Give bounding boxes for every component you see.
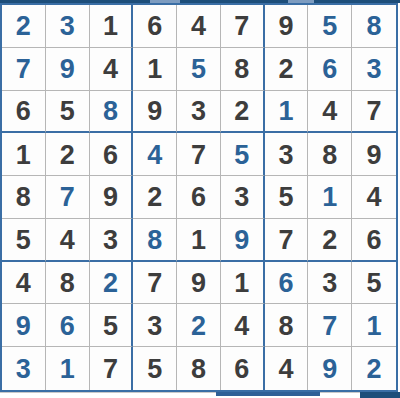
cell-digit: 8	[60, 270, 75, 297]
cell-r9c6[interactable]: 6	[221, 347, 265, 390]
cell-digit: 4	[16, 270, 31, 297]
cell-r1c1[interactable]: 2	[2, 5, 46, 48]
sudoku-board: 2316479587941582636589321471264753898792…	[0, 3, 398, 392]
cell-digit: 5	[60, 98, 75, 125]
cell-r9c3[interactable]: 7	[90, 347, 134, 390]
cell-r4c4[interactable]: 4	[133, 133, 177, 176]
cell-r5c9[interactable]: 4	[352, 176, 396, 219]
cell-r6c3[interactable]: 3	[90, 219, 134, 262]
cell-digit: 4	[234, 313, 249, 340]
cell-r2c6[interactable]: 8	[221, 48, 265, 91]
cell-digit: 7	[147, 270, 162, 297]
cell-r9c5[interactable]: 8	[177, 347, 221, 390]
cell-digit: 7	[234, 13, 249, 40]
bottom-edge-segment	[216, 392, 320, 396]
cell-r3c6[interactable]: 2	[221, 91, 265, 134]
cell-r1c4[interactable]: 6	[133, 5, 177, 48]
cell-r5c2[interactable]: 7	[46, 176, 90, 219]
cell-digit: 1	[103, 13, 118, 40]
cell-digit: 5	[191, 56, 206, 83]
cell-digit: 7	[16, 56, 31, 83]
cell-r5c5[interactable]: 6	[177, 176, 221, 219]
cell-digit: 1	[279, 98, 294, 125]
cell-digit: 4	[147, 142, 162, 169]
cell-digit: 3	[322, 270, 337, 297]
cell-r4c5[interactable]: 7	[177, 133, 221, 176]
cropped-bottom-edge	[0, 392, 400, 398]
cell-r5c6[interactable]: 3	[221, 176, 265, 219]
cell-r8c3[interactable]: 5	[90, 304, 134, 347]
cell-r5c4[interactable]: 2	[133, 176, 177, 219]
cell-r2c1[interactable]: 7	[2, 48, 46, 91]
cell-r7c8[interactable]: 3	[308, 262, 352, 305]
cell-digit: 8	[234, 56, 249, 83]
cell-digit: 7	[279, 227, 294, 254]
cell-r4c8[interactable]: 8	[308, 133, 352, 176]
cell-r3c4[interactable]: 9	[133, 91, 177, 134]
cell-digit: 8	[16, 184, 31, 211]
cell-digit: 6	[60, 313, 75, 340]
cell-digit: 2	[191, 313, 206, 340]
cell-r3c5[interactable]: 3	[177, 91, 221, 134]
cell-r1c9[interactable]: 8	[352, 5, 396, 48]
cell-digit: 5	[103, 313, 118, 340]
cell-r3c3[interactable]: 8	[90, 91, 134, 134]
cell-r6c8[interactable]: 2	[308, 219, 352, 262]
cell-r1c3[interactable]: 1	[90, 5, 134, 48]
cell-r8c2[interactable]: 6	[46, 304, 90, 347]
cell-digit: 6	[103, 142, 118, 169]
cell-digit: 8	[103, 98, 118, 125]
cell-r7c9[interactable]: 5	[352, 262, 396, 305]
cell-r8c1[interactable]: 9	[2, 304, 46, 347]
cell-digit: 5	[234, 142, 249, 169]
cell-digit: 2	[16, 13, 31, 40]
cell-r5c8[interactable]: 1	[308, 176, 352, 219]
cell-digit: 3	[147, 313, 162, 340]
cell-digit: 2	[367, 356, 382, 383]
cell-digit: 2	[60, 142, 75, 169]
cell-r1c5[interactable]: 4	[177, 5, 221, 48]
cell-digit: 6	[16, 98, 31, 125]
cell-digit: 7	[322, 313, 337, 340]
cell-r7c7[interactable]: 6	[265, 262, 309, 305]
cell-digit: 8	[322, 142, 337, 169]
cell-r2c9[interactable]: 3	[352, 48, 396, 91]
cell-digit: 6	[234, 356, 249, 383]
cell-digit: 1	[367, 313, 382, 340]
cell-r3c7[interactable]: 1	[265, 91, 309, 134]
cell-r1c2[interactable]: 3	[46, 5, 90, 48]
cell-r1c6[interactable]: 7	[221, 5, 265, 48]
cell-digit: 3	[16, 356, 31, 383]
cell-r3c8[interactable]: 4	[308, 91, 352, 134]
bottom-edge-segment	[360, 392, 400, 398]
cell-digit: 7	[191, 142, 206, 169]
cell-digit: 8	[279, 313, 294, 340]
cell-r6c4[interactable]: 8	[133, 219, 177, 262]
cell-digit: 6	[367, 227, 382, 254]
cell-digit: 9	[367, 142, 382, 169]
cell-r8c4[interactable]: 3	[133, 304, 177, 347]
cell-r2c4[interactable]: 1	[133, 48, 177, 91]
cell-r7c5[interactable]: 9	[177, 262, 221, 305]
cell-digit: 8	[191, 356, 206, 383]
cell-r8c9[interactable]: 1	[352, 304, 396, 347]
cell-r2c2[interactable]: 9	[46, 48, 90, 91]
cell-digit: 1	[147, 56, 162, 83]
cell-digit: 5	[16, 227, 31, 254]
cell-digit: 4	[60, 227, 75, 254]
cell-digit: 2	[234, 98, 249, 125]
cell-digit: 9	[191, 270, 206, 297]
cell-r4c3[interactable]: 6	[90, 133, 134, 176]
cell-digit: 9	[103, 184, 118, 211]
cell-digit: 7	[103, 356, 118, 383]
cell-r5c1[interactable]: 8	[2, 176, 46, 219]
cell-r6c2[interactable]: 4	[46, 219, 90, 262]
cell-r3c9[interactable]: 7	[352, 91, 396, 134]
cell-digit: 4	[322, 98, 337, 125]
cell-r4c7[interactable]: 3	[265, 133, 309, 176]
cell-r4c2[interactable]: 2	[46, 133, 90, 176]
cell-digit: 9	[234, 227, 249, 254]
cell-digit: 3	[279, 142, 294, 169]
cell-digit: 9	[60, 56, 75, 83]
cell-r2c7[interactable]: 2	[265, 48, 309, 91]
cell-digit: 3	[367, 56, 382, 83]
cell-r8c8[interactable]: 7	[308, 304, 352, 347]
cell-r9c9[interactable]: 2	[352, 347, 396, 390]
cell-digit: 6	[147, 13, 162, 40]
cell-r6c9[interactable]: 6	[352, 219, 396, 262]
cell-digit: 3	[234, 184, 249, 211]
cell-digit: 1	[322, 184, 337, 211]
cell-r9c4[interactable]: 5	[133, 347, 177, 390]
cell-digit: 9	[16, 313, 31, 340]
cell-digit: 6	[279, 270, 294, 297]
cell-r7c3[interactable]: 2	[90, 262, 134, 305]
cell-r9c2[interactable]: 1	[46, 347, 90, 390]
cell-digit: 1	[234, 270, 249, 297]
cell-r8c6[interactable]: 4	[221, 304, 265, 347]
cell-r6c1[interactable]: 5	[2, 219, 46, 262]
cell-r2c5[interactable]: 5	[177, 48, 221, 91]
cell-digit: 7	[367, 98, 382, 125]
cell-digit: 2	[279, 56, 294, 83]
cell-digit: 3	[60, 13, 75, 40]
cell-digit: 2	[322, 227, 337, 254]
cell-r4c9[interactable]: 9	[352, 133, 396, 176]
cell-digit: 4	[279, 356, 294, 383]
cell-r9c7[interactable]: 4	[265, 347, 309, 390]
cell-r7c4[interactable]: 7	[133, 262, 177, 305]
cell-digit: 3	[103, 227, 118, 254]
cell-digit: 1	[16, 142, 31, 169]
cell-digit: 4	[367, 184, 382, 211]
cell-r3c2[interactable]: 5	[46, 91, 90, 134]
cell-digit: 4	[191, 13, 206, 40]
cell-r2c3[interactable]: 4	[90, 48, 134, 91]
cell-r7c1[interactable]: 4	[2, 262, 46, 305]
cell-digit: 8	[367, 13, 382, 40]
cell-digit: 8	[147, 227, 162, 254]
cell-r3c1[interactable]: 6	[2, 91, 46, 134]
cell-digit: 2	[147, 184, 162, 211]
cell-digit: 5	[322, 13, 337, 40]
cell-r1c7[interactable]: 9	[265, 5, 309, 48]
cell-r9c8[interactable]: 9	[308, 347, 352, 390]
cell-r6c7[interactable]: 7	[265, 219, 309, 262]
cell-r4c1[interactable]: 1	[2, 133, 46, 176]
cell-digit: 9	[322, 356, 337, 383]
cell-r5c3[interactable]: 9	[90, 176, 134, 219]
cell-digit: 6	[322, 56, 337, 83]
sudoku-screen: 2316479587941582636589321471264753898792…	[0, 0, 400, 398]
cell-r4c6[interactable]: 5	[221, 133, 265, 176]
cell-digit: 9	[147, 98, 162, 125]
cell-r8c5[interactable]: 2	[177, 304, 221, 347]
cell-digit: 5	[279, 184, 294, 211]
cell-digit: 5	[367, 270, 382, 297]
cell-digit: 2	[103, 270, 118, 297]
cell-digit: 6	[191, 184, 206, 211]
cell-digit: 3	[191, 98, 206, 125]
cell-r7c6[interactable]: 1	[221, 262, 265, 305]
cell-digit: 5	[147, 356, 162, 383]
cell-digit: 4	[103, 56, 118, 83]
cell-r1c8[interactable]: 5	[308, 5, 352, 48]
cell-r7c2[interactable]: 8	[46, 262, 90, 305]
cell-digit: 1	[191, 227, 206, 254]
cell-r9c1[interactable]: 3	[2, 347, 46, 390]
cell-r8c7[interactable]: 8	[265, 304, 309, 347]
cell-r6c5[interactable]: 1	[177, 219, 221, 262]
cell-digit: 1	[60, 356, 75, 383]
cell-digit: 7	[60, 184, 75, 211]
cell-r6c6[interactable]: 9	[221, 219, 265, 262]
cell-r5c7[interactable]: 5	[265, 176, 309, 219]
bottom-hairline	[0, 392, 400, 393]
cell-digit: 9	[279, 13, 294, 40]
cell-r2c8[interactable]: 6	[308, 48, 352, 91]
